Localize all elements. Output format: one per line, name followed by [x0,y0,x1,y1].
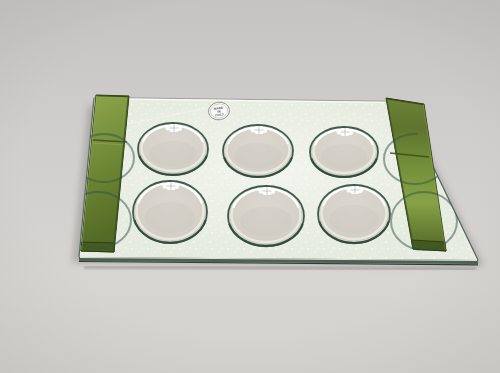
well-bottom-shading [240,206,292,236]
tray-well [138,123,208,175]
photo-stage: MADE IN ITALY [0,0,500,373]
tray-well [318,185,390,243]
tray-well [310,127,378,177]
tray-well [223,125,293,177]
well-bottom-shading [149,141,197,167]
tray-photo: MADE IN ITALY [0,0,500,373]
well-bottom-shading [145,202,195,233]
well-bottom-shading [321,144,367,169]
tray-well [133,181,207,243]
tray-contact-shadow [84,267,476,269]
tray-well [228,186,304,246]
well-bottom-shading [234,143,282,169]
well-bottom-shading [330,205,379,234]
